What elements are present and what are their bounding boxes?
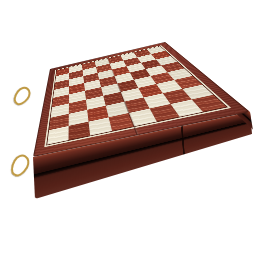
square [47, 126, 68, 145]
brass-clasp-icon [7, 152, 32, 180]
brass-clasp-icon [10, 84, 33, 108]
front-fold-seam [181, 126, 185, 155]
board-scene [0, 0, 260, 260]
square [69, 122, 91, 140]
product-photo [0, 0, 260, 260]
square [109, 113, 135, 131]
